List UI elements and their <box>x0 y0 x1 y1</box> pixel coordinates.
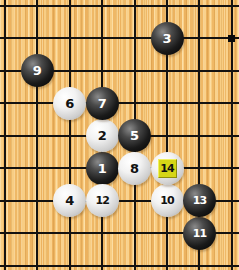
stone-number: 10 <box>160 195 173 206</box>
star-point <box>228 35 235 42</box>
stone-number: 1 <box>98 162 107 175</box>
stone-black-5: 5 <box>118 119 151 152</box>
stone-black-3: 3 <box>151 22 184 55</box>
stone-white-4: 4 <box>53 184 86 217</box>
grid-line-horizontal <box>0 102 239 104</box>
stone-number: 4 <box>65 194 74 207</box>
stone-black-13: 13 <box>183 184 216 217</box>
stone-number: 13 <box>193 195 206 206</box>
stone-number: 5 <box>130 129 139 142</box>
stone-white-10: 10 <box>151 184 184 217</box>
grid-line-horizontal <box>0 265 239 267</box>
grid-line-horizontal <box>0 5 239 7</box>
stone-number: 7 <box>98 97 107 110</box>
stone-number: 8 <box>130 162 139 175</box>
grid-line-horizontal <box>0 37 239 39</box>
stone-white-2: 2 <box>86 119 119 152</box>
stone-number: 2 <box>98 129 107 142</box>
stone-number: 3 <box>162 32 171 45</box>
stone-white-8: 8 <box>118 152 151 185</box>
stone-number: 14 <box>160 163 173 174</box>
stone-black-11: 11 <box>183 217 216 250</box>
stone-white-6: 6 <box>53 87 86 120</box>
stone-number: 6 <box>65 97 74 110</box>
stone-black-1: 1 <box>86 152 119 185</box>
stone-white-12: 12 <box>86 184 119 217</box>
stone-number: 11 <box>193 228 206 239</box>
stone-black-9: 9 <box>21 54 54 87</box>
stone-number: 9 <box>33 64 42 77</box>
stone-number: 12 <box>96 195 109 206</box>
go-diagram: 1234567891011121314 <box>0 0 239 270</box>
last-move-highlight: 14 <box>158 159 177 178</box>
stone-white-14: 14 <box>151 152 184 185</box>
stone-black-7: 7 <box>86 87 119 120</box>
go-board[interactable]: 1234567891011121314 <box>0 0 239 270</box>
